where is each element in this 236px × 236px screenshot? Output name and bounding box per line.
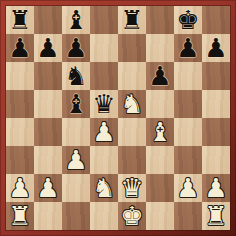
- square-e5[interactable]: ♞: [118, 90, 146, 118]
- square-a5[interactable]: [6, 90, 34, 118]
- square-g6[interactable]: [174, 62, 202, 90]
- square-b4[interactable]: [34, 118, 62, 146]
- square-g4[interactable]: [174, 118, 202, 146]
- square-b3[interactable]: [34, 146, 62, 174]
- square-f4[interactable]: ♝: [146, 118, 174, 146]
- square-f3[interactable]: [146, 146, 174, 174]
- square-e4[interactable]: [118, 118, 146, 146]
- square-c1[interactable]: [62, 202, 90, 230]
- piece-white-bishop[interactable]: ♝: [148, 118, 171, 146]
- board-frame: ♜♝♜♚♟♟♟♟♟♞♟♝♛♞♟♝♟♟♟♞♛♟♟♜♚♜: [0, 0, 236, 236]
- square-h8[interactable]: [202, 6, 230, 34]
- square-f6[interactable]: ♟: [146, 62, 174, 90]
- square-g5[interactable]: [174, 90, 202, 118]
- square-h2[interactable]: ♟: [202, 174, 230, 202]
- square-a2[interactable]: ♟: [6, 174, 34, 202]
- square-g1[interactable]: [174, 202, 202, 230]
- piece-black-rook[interactable]: ♜: [8, 6, 31, 34]
- square-h3[interactable]: [202, 146, 230, 174]
- square-d4[interactable]: ♟: [90, 118, 118, 146]
- square-h4[interactable]: [202, 118, 230, 146]
- piece-black-pawn[interactable]: ♟: [36, 34, 59, 62]
- square-c4[interactable]: [62, 118, 90, 146]
- square-h1[interactable]: ♜: [202, 202, 230, 230]
- piece-white-queen[interactable]: ♛: [120, 174, 143, 202]
- square-a7[interactable]: ♟: [6, 34, 34, 62]
- square-h6[interactable]: [202, 62, 230, 90]
- square-a4[interactable]: [6, 118, 34, 146]
- square-c6[interactable]: ♞: [62, 62, 90, 90]
- piece-white-knight[interactable]: ♞: [120, 90, 143, 118]
- square-f8[interactable]: [146, 6, 174, 34]
- piece-white-pawn[interactable]: ♟: [8, 174, 31, 202]
- piece-white-pawn[interactable]: ♟: [176, 174, 199, 202]
- piece-white-pawn[interactable]: ♟: [92, 118, 115, 146]
- chess-board: ♜♝♜♚♟♟♟♟♟♞♟♝♛♞♟♝♟♟♟♞♛♟♟♜♚♜: [6, 6, 230, 230]
- square-f7[interactable]: [146, 34, 174, 62]
- square-f2[interactable]: [146, 174, 174, 202]
- piece-black-knight[interactable]: ♞: [64, 62, 87, 90]
- piece-black-pawn[interactable]: ♟: [64, 34, 87, 62]
- square-g7[interactable]: ♟: [174, 34, 202, 62]
- square-g2[interactable]: ♟: [174, 174, 202, 202]
- piece-white-pawn[interactable]: ♟: [64, 146, 87, 174]
- square-d1[interactable]: [90, 202, 118, 230]
- square-g3[interactable]: [174, 146, 202, 174]
- square-e6[interactable]: [118, 62, 146, 90]
- piece-white-pawn[interactable]: ♟: [204, 174, 227, 202]
- square-f1[interactable]: [146, 202, 174, 230]
- square-h5[interactable]: [202, 90, 230, 118]
- square-c2[interactable]: [62, 174, 90, 202]
- square-d5[interactable]: ♛: [90, 90, 118, 118]
- square-a3[interactable]: [6, 146, 34, 174]
- square-c5[interactable]: ♝: [62, 90, 90, 118]
- piece-black-king[interactable]: ♚: [176, 6, 199, 34]
- piece-white-pawn[interactable]: ♟: [36, 174, 59, 202]
- square-d8[interactable]: [90, 6, 118, 34]
- square-d3[interactable]: [90, 146, 118, 174]
- piece-black-bishop[interactable]: ♝: [64, 90, 87, 118]
- square-e3[interactable]: [118, 146, 146, 174]
- square-d6[interactable]: [90, 62, 118, 90]
- square-g8[interactable]: ♚: [174, 6, 202, 34]
- square-e7[interactable]: [118, 34, 146, 62]
- square-b1[interactable]: [34, 202, 62, 230]
- square-b5[interactable]: [34, 90, 62, 118]
- square-b6[interactable]: [34, 62, 62, 90]
- square-a6[interactable]: [6, 62, 34, 90]
- piece-white-knight[interactable]: ♞: [92, 174, 115, 202]
- piece-black-queen[interactable]: ♛: [92, 90, 115, 118]
- piece-white-rook[interactable]: ♜: [204, 202, 227, 230]
- square-e1[interactable]: ♚: [118, 202, 146, 230]
- square-b7[interactable]: ♟: [34, 34, 62, 62]
- square-d2[interactable]: ♞: [90, 174, 118, 202]
- square-e8[interactable]: ♜: [118, 6, 146, 34]
- piece-white-rook[interactable]: ♜: [8, 202, 31, 230]
- piece-black-pawn[interactable]: ♟: [148, 62, 171, 90]
- square-e2[interactable]: ♛: [118, 174, 146, 202]
- square-f5[interactable]: [146, 90, 174, 118]
- square-c3[interactable]: ♟: [62, 146, 90, 174]
- square-b8[interactable]: [34, 6, 62, 34]
- square-h7[interactable]: ♟: [202, 34, 230, 62]
- square-c8[interactable]: ♝: [62, 6, 90, 34]
- piece-white-king[interactable]: ♚: [120, 202, 143, 230]
- piece-black-pawn[interactable]: ♟: [204, 34, 227, 62]
- piece-black-pawn[interactable]: ♟: [8, 34, 31, 62]
- square-a1[interactable]: ♜: [6, 202, 34, 230]
- square-a8[interactable]: ♜: [6, 6, 34, 34]
- square-c7[interactable]: ♟: [62, 34, 90, 62]
- piece-black-rook[interactable]: ♜: [120, 6, 143, 34]
- square-d7[interactable]: [90, 34, 118, 62]
- piece-black-bishop[interactable]: ♝: [64, 6, 87, 34]
- piece-black-pawn[interactable]: ♟: [176, 34, 199, 62]
- square-b2[interactable]: ♟: [34, 174, 62, 202]
